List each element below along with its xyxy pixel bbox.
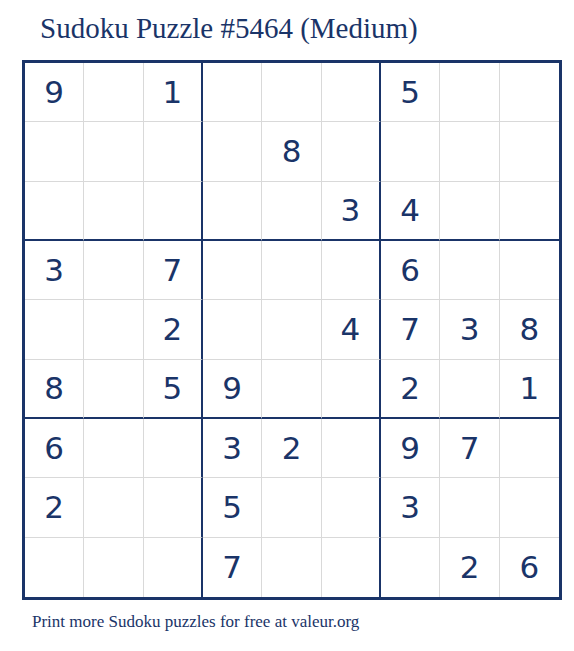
cell-r1c3: 1 [144, 63, 203, 122]
cell-r6c5[interactable] [262, 360, 321, 419]
cell-r7c6[interactable] [322, 419, 381, 478]
cell-r3c7: 4 [381, 182, 440, 241]
cell-r7c1: 6 [25, 419, 84, 478]
cell-r4c8[interactable] [440, 241, 499, 300]
cell-r4c2[interactable] [84, 241, 143, 300]
cell-r9c4: 7 [203, 538, 262, 597]
cell-r2c5: 8 [262, 122, 321, 181]
cell-r1c8[interactable] [440, 63, 499, 122]
cell-r4c3: 7 [144, 241, 203, 300]
cell-r3c6: 3 [322, 182, 381, 241]
cell-r6c1: 8 [25, 360, 84, 419]
cell-r2c1[interactable] [25, 122, 84, 181]
cell-r5c7: 7 [381, 300, 440, 359]
cell-r6c2[interactable] [84, 360, 143, 419]
cell-r1c5[interactable] [262, 63, 321, 122]
cell-r8c6[interactable] [322, 478, 381, 537]
cell-r8c9[interactable] [500, 478, 559, 537]
cell-r7c9[interactable] [500, 419, 559, 478]
cell-r7c2[interactable] [84, 419, 143, 478]
cell-r2c4[interactable] [203, 122, 262, 181]
cell-r5c8: 3 [440, 300, 499, 359]
cell-r8c8[interactable] [440, 478, 499, 537]
cell-r1c7: 5 [381, 63, 440, 122]
cell-r3c1[interactable] [25, 182, 84, 241]
cell-r7c7: 9 [381, 419, 440, 478]
cell-r8c2[interactable] [84, 478, 143, 537]
cell-r9c3[interactable] [144, 538, 203, 597]
cell-r9c5[interactable] [262, 538, 321, 597]
cell-r5c6: 4 [322, 300, 381, 359]
cell-r7c5: 2 [262, 419, 321, 478]
cell-r8c4: 5 [203, 478, 262, 537]
cell-r7c4: 3 [203, 419, 262, 478]
cell-r3c5[interactable] [262, 182, 321, 241]
cell-r6c9: 1 [500, 360, 559, 419]
cell-r5c1[interactable] [25, 300, 84, 359]
cell-r6c7: 2 [381, 360, 440, 419]
cell-r9c1[interactable] [25, 538, 84, 597]
cell-r9c6[interactable] [322, 538, 381, 597]
cell-r6c8[interactable] [440, 360, 499, 419]
cell-r9c8: 2 [440, 538, 499, 597]
cell-r9c2[interactable] [84, 538, 143, 597]
cell-r1c2[interactable] [84, 63, 143, 122]
cell-r3c2[interactable] [84, 182, 143, 241]
cell-r4c6[interactable] [322, 241, 381, 300]
cell-r8c5[interactable] [262, 478, 321, 537]
cell-r5c2[interactable] [84, 300, 143, 359]
cell-r6c6[interactable] [322, 360, 381, 419]
cell-r4c7: 6 [381, 241, 440, 300]
sudoku-board: 915834376247388592163297253726 [22, 60, 562, 600]
cell-r6c4: 9 [203, 360, 262, 419]
cell-r2c8[interactable] [440, 122, 499, 181]
cell-r8c3[interactable] [144, 478, 203, 537]
cell-r4c9[interactable] [500, 241, 559, 300]
cell-r3c4[interactable] [203, 182, 262, 241]
cell-r1c1: 9 [25, 63, 84, 122]
cell-r2c6[interactable] [322, 122, 381, 181]
cell-r5c9: 8 [500, 300, 559, 359]
cell-r5c4[interactable] [203, 300, 262, 359]
cell-r8c1: 2 [25, 478, 84, 537]
cell-r7c8: 7 [440, 419, 499, 478]
cell-r5c3: 2 [144, 300, 203, 359]
footer-text: Print more Sudoku puzzles for free at va… [32, 612, 359, 632]
cell-r2c2[interactable] [84, 122, 143, 181]
cell-r7c3[interactable] [144, 419, 203, 478]
cell-r2c9[interactable] [500, 122, 559, 181]
cell-r5c5[interactable] [262, 300, 321, 359]
page-title: Sudoku Puzzle #5464 (Medium) [40, 12, 418, 45]
cell-r9c9: 6 [500, 538, 559, 597]
cell-r4c4[interactable] [203, 241, 262, 300]
cell-r2c7[interactable] [381, 122, 440, 181]
cell-r1c9[interactable] [500, 63, 559, 122]
cell-r3c3[interactable] [144, 182, 203, 241]
cell-r2c3[interactable] [144, 122, 203, 181]
cell-r3c9[interactable] [500, 182, 559, 241]
cell-r6c3: 5 [144, 360, 203, 419]
cell-r1c6[interactable] [322, 63, 381, 122]
cell-r3c8[interactable] [440, 182, 499, 241]
cell-r1c4[interactable] [203, 63, 262, 122]
cell-r8c7: 3 [381, 478, 440, 537]
cell-r9c7[interactable] [381, 538, 440, 597]
cell-r4c5[interactable] [262, 241, 321, 300]
cell-r4c1: 3 [25, 241, 84, 300]
